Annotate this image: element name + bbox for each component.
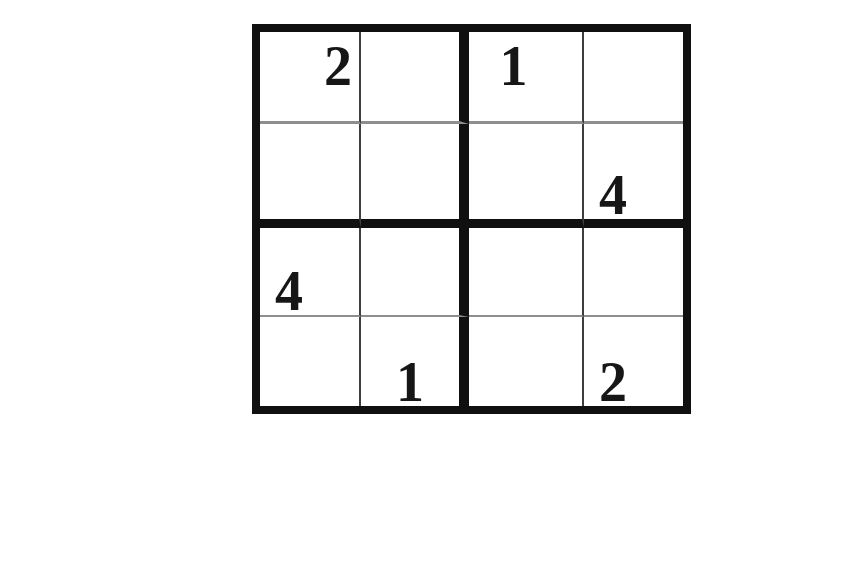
cell-r3c2[interactable] [361,228,469,317]
cell-r4c2[interactable]: 1 [361,317,469,406]
cell-r2c1[interactable] [260,124,361,228]
cell-r1c4[interactable] [584,32,683,124]
cell-r1c1[interactable]: 2 [260,32,361,124]
cell-r3c3[interactable] [469,228,584,317]
given-digit: 1 [500,38,528,94]
cell-r3c4[interactable] [584,228,683,317]
given-digit: 2 [324,38,352,94]
cell-r1c2[interactable] [361,32,469,124]
page-background: 214412 [0,0,845,585]
cell-r2c3[interactable] [469,124,584,228]
cell-r2c4[interactable]: 4 [584,124,683,228]
cell-r1c3[interactable]: 1 [469,32,584,124]
given-digit: 2 [599,354,627,410]
given-digit: 4 [275,263,303,319]
given-digit: 1 [396,354,424,410]
cell-r4c4[interactable]: 2 [584,317,683,406]
given-digit: 4 [599,167,627,223]
cell-r4c3[interactable] [469,317,584,406]
cell-r2c2[interactable] [361,124,469,228]
cell-r3c1[interactable]: 4 [260,228,361,317]
cell-r4c1[interactable] [260,317,361,406]
sudoku-board: 214412 [252,24,691,414]
